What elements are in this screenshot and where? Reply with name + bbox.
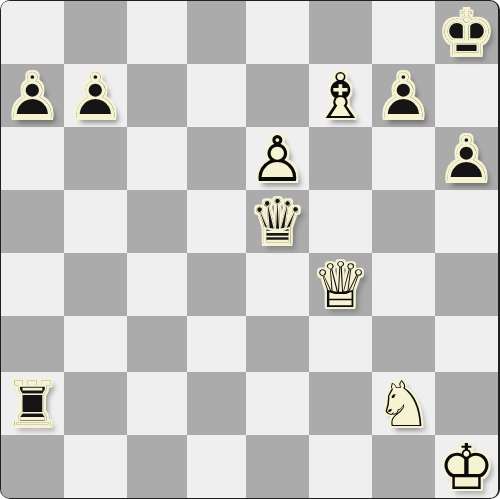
square-a6[interactable] <box>1 127 64 190</box>
square-g5[interactable] <box>372 190 435 253</box>
square-a3[interactable] <box>1 316 64 372</box>
square-d3[interactable] <box>187 316 247 372</box>
square-f1[interactable] <box>309 435 372 498</box>
square-c4[interactable] <box>127 253 187 316</box>
black-pawn[interactable]: ♟♙ <box>435 128 498 191</box>
square-d2[interactable] <box>187 372 247 435</box>
black-king-detail-icon: ♔ <box>435 2 498 65</box>
square-a5[interactable] <box>1 190 64 253</box>
square-f2[interactable] <box>309 372 372 435</box>
square-b7[interactable]: ♟♙ <box>64 64 127 127</box>
chess-board: ♚♔♟♙♟♙♝♗♟♙♟♙♟♙♛♕♛♕♜♖♞♘♚♔ <box>1 1 498 498</box>
black-rook-detail-icon: ♖ <box>1 373 64 436</box>
white-queen[interactable]: ♛♕ <box>309 254 372 317</box>
square-h1[interactable]: ♚♔ <box>435 435 498 498</box>
square-d4[interactable] <box>187 253 247 316</box>
white-knight[interactable]: ♞♘ <box>372 373 435 436</box>
square-f7[interactable]: ♝♗ <box>309 64 372 127</box>
square-g4[interactable] <box>372 253 435 316</box>
square-h8[interactable]: ♚♔ <box>435 1 498 64</box>
square-h7[interactable] <box>435 64 498 127</box>
square-d6[interactable] <box>187 127 247 190</box>
square-f5[interactable] <box>309 190 372 253</box>
square-c5[interactable] <box>127 190 187 253</box>
square-g3[interactable] <box>372 316 435 372</box>
black-queen[interactable]: ♛♕ <box>246 191 309 254</box>
square-h4[interactable] <box>435 253 498 316</box>
square-e8[interactable] <box>246 1 309 64</box>
square-g7[interactable]: ♟♙ <box>372 64 435 127</box>
square-f3[interactable] <box>309 316 372 372</box>
square-b6[interactable] <box>64 127 127 190</box>
square-e1[interactable] <box>246 435 309 498</box>
black-pawn-detail-icon: ♙ <box>435 128 498 191</box>
white-bishop-detail-icon: ♗ <box>309 65 372 128</box>
square-d1[interactable] <box>187 435 247 498</box>
black-pawn-detail-icon: ♙ <box>372 65 435 128</box>
board-frame: ♚♔♟♙♟♙♝♗♟♙♟♙♟♙♛♕♛♕♜♖♞♘♚♔ <box>0 0 500 499</box>
square-g8[interactable] <box>372 1 435 64</box>
square-b2[interactable] <box>64 372 127 435</box>
white-king-detail-icon: ♔ <box>435 436 498 498</box>
square-h2[interactable] <box>435 372 498 435</box>
square-f6[interactable] <box>309 127 372 190</box>
square-h5[interactable] <box>435 190 498 253</box>
white-bishop[interactable]: ♝♗ <box>309 65 372 128</box>
square-g2[interactable]: ♞♘ <box>372 372 435 435</box>
square-a4[interactable] <box>1 253 64 316</box>
square-d5[interactable] <box>187 190 247 253</box>
square-c3[interactable] <box>127 316 187 372</box>
white-knight-detail-icon: ♘ <box>372 373 435 436</box>
square-c2[interactable] <box>127 372 187 435</box>
square-b4[interactable] <box>64 253 127 316</box>
black-pawn[interactable]: ♟♙ <box>64 65 127 128</box>
black-rook[interactable]: ♜♖ <box>1 373 64 436</box>
square-d8[interactable] <box>187 1 247 64</box>
black-pawn[interactable]: ♟♙ <box>372 65 435 128</box>
square-e7[interactable] <box>246 64 309 127</box>
square-h3[interactable] <box>435 316 498 372</box>
square-f4[interactable]: ♛♕ <box>309 253 372 316</box>
white-pawn[interactable]: ♟♙ <box>246 128 309 191</box>
black-king[interactable]: ♚♔ <box>435 2 498 65</box>
square-h6[interactable]: ♟♙ <box>435 127 498 190</box>
square-c1[interactable] <box>127 435 187 498</box>
square-b1[interactable] <box>64 435 127 498</box>
black-pawn-detail-icon: ♙ <box>1 65 64 128</box>
square-a8[interactable] <box>1 1 64 64</box>
square-c7[interactable] <box>127 64 187 127</box>
black-queen-detail-icon: ♕ <box>246 191 309 254</box>
square-d7[interactable] <box>187 64 247 127</box>
square-c6[interactable] <box>127 127 187 190</box>
square-b8[interactable] <box>64 1 127 64</box>
square-b3[interactable] <box>64 316 127 372</box>
square-f8[interactable] <box>309 1 372 64</box>
white-pawn-detail-icon: ♙ <box>246 128 309 191</box>
white-king[interactable]: ♚♔ <box>435 436 498 498</box>
square-c8[interactable] <box>127 1 187 64</box>
square-e5[interactable]: ♛♕ <box>246 190 309 253</box>
square-a7[interactable]: ♟♙ <box>1 64 64 127</box>
square-a2[interactable]: ♜♖ <box>1 372 64 435</box>
square-e2[interactable] <box>246 372 309 435</box>
square-e6[interactable]: ♟♙ <box>246 127 309 190</box>
white-queen-detail-icon: ♕ <box>309 254 372 317</box>
square-e3[interactable] <box>246 316 309 372</box>
black-pawn-detail-icon: ♙ <box>64 65 127 128</box>
square-b5[interactable] <box>64 190 127 253</box>
black-pawn[interactable]: ♟♙ <box>1 65 64 128</box>
square-e4[interactable] <box>246 253 309 316</box>
square-a1[interactable] <box>1 435 64 498</box>
square-g6[interactable] <box>372 127 435 190</box>
square-g1[interactable] <box>372 435 435 498</box>
